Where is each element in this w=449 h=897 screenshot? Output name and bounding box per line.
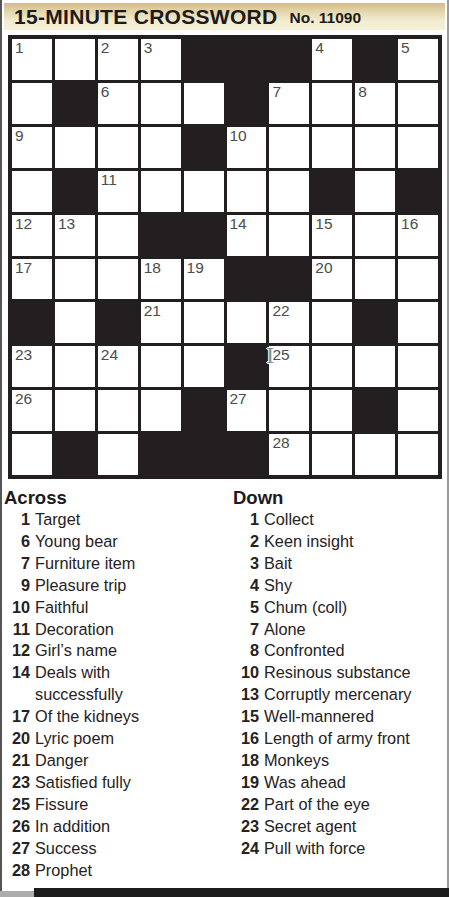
cell-number: 10	[230, 128, 247, 144]
clue-text: Fissure	[35, 794, 183, 816]
grid-cell-white[interactable]	[12, 83, 52, 124]
clue-text: Monkeys	[264, 750, 439, 772]
cell-number: 14	[230, 216, 247, 232]
clue-number: 18	[233, 750, 259, 772]
grid-cell-white[interactable]: 23	[12, 346, 52, 387]
grid-cell-white[interactable]	[355, 346, 395, 387]
grid-cell-white[interactable]	[398, 390, 438, 431]
cell-number: 5	[401, 40, 410, 56]
cell-number: 26	[15, 391, 32, 407]
grid-cell-black	[355, 390, 395, 431]
grid-cell-white[interactable]	[141, 127, 181, 168]
clue-number: 23	[233, 816, 259, 838]
clue-text: Chum (coll)	[264, 597, 439, 619]
clue-number: 24	[233, 838, 259, 860]
clue-item: 9Pleasure trip	[4, 575, 233, 597]
clue-item: 7Furniture item	[4, 553, 233, 575]
clue-item: 23Secret agent	[233, 816, 445, 838]
clue-text: In addition	[35, 816, 183, 838]
grid-cell-white[interactable]	[269, 171, 309, 212]
grid-cell-white[interactable]	[227, 302, 267, 343]
cell-number: 24	[101, 347, 118, 363]
grid-cell-black	[227, 83, 267, 124]
clue-number: 23	[4, 772, 30, 794]
grid-cell-black	[269, 259, 309, 300]
grid-cell-white[interactable]: 18	[141, 259, 181, 300]
clue-text: Keen insight	[264, 531, 439, 553]
grid-cell-white[interactable]	[141, 346, 181, 387]
cell-number: 18	[144, 260, 161, 276]
clue-text: Young bear	[35, 531, 183, 553]
grid-cell-white[interactable]: 28	[269, 434, 309, 475]
clue-number: 1	[233, 509, 259, 531]
clue-text: Deals with successfully	[35, 662, 183, 706]
grid-cell-black	[355, 302, 395, 343]
crossword-grid: 1234567891011121314151617181920212223242…	[8, 35, 442, 479]
grid-cell-black	[227, 434, 267, 475]
grid-cell-white[interactable]	[184, 83, 224, 124]
clue-item: 6Young bear	[4, 531, 233, 553]
grid-cell-black	[55, 171, 95, 212]
down-heading: Down	[233, 486, 445, 509]
across-clue-list: 1Target6Young bear7Furniture item9Pleasu…	[4, 509, 233, 881]
grid-cell-black	[55, 83, 95, 124]
grid-cell-black	[312, 171, 352, 212]
clue-item: 28Prophet	[4, 860, 233, 882]
grid-cell-white[interactable]	[398, 83, 438, 124]
grid-cell-white[interactable]: 9	[12, 127, 52, 168]
grid-cell-white[interactable]	[398, 127, 438, 168]
grid-cell-white[interactable]	[141, 83, 181, 124]
grid-cell-white[interactable]: 6	[98, 83, 138, 124]
grid-cell-black	[141, 215, 181, 256]
grid-cell-white[interactable]	[355, 434, 395, 475]
grid-cell-white[interactable]: 2	[98, 39, 138, 80]
grid-cell-white[interactable]: 22	[269, 302, 309, 343]
clue-text: Alone	[264, 619, 439, 641]
clue-item: 16Length of army front	[233, 728, 445, 750]
clue-text: Well-mannered	[264, 706, 439, 728]
crossword-page: { "game": "crossword", "header": { "titl…	[0, 0, 449, 897]
clue-number: 26	[4, 816, 30, 838]
clue-number: 7	[4, 553, 30, 575]
grid-cell-black	[227, 259, 267, 300]
grid-cell-white[interactable]	[398, 434, 438, 475]
grid-cell-white[interactable]: 12	[12, 215, 52, 256]
grid-cell-black	[227, 346, 267, 387]
puzzle-number: No. 11090	[290, 2, 362, 31]
clue-item: 3Bait	[233, 553, 445, 575]
left-column-rule	[0, 0, 2, 891]
clue-text: Girl’s name	[35, 640, 183, 662]
cell-number: 8	[358, 84, 367, 100]
clue-text: Corruptly mercenary	[264, 684, 439, 706]
grid-cell-white[interactable]	[98, 434, 138, 475]
grid-cell-black	[12, 302, 52, 343]
grid-cell-black	[398, 171, 438, 212]
grid-cell-white[interactable]: 3	[141, 39, 181, 80]
grid-cell-white[interactable]	[12, 434, 52, 475]
grid-cell-white[interactable]	[184, 346, 224, 387]
clue-item: 12Girl’s name	[4, 640, 233, 662]
cell-number: 11	[101, 172, 117, 188]
grid-cell-white[interactable]	[269, 215, 309, 256]
cell-number: 20	[315, 260, 332, 276]
cell-number: 1	[15, 40, 24, 56]
clue-text: Of the kidneys	[35, 706, 183, 728]
clue-number: 21	[4, 750, 30, 772]
clue-number: 8	[233, 640, 259, 662]
grid-cell-white[interactable]: 14	[227, 215, 267, 256]
grid-cell-white[interactable]: 15	[312, 215, 352, 256]
grid-cell-black	[141, 434, 181, 475]
clue-number: 9	[4, 575, 30, 597]
clue-text: Lyric poem	[35, 728, 183, 750]
clue-text: Pull with force	[264, 838, 439, 860]
grid-cell-white[interactable]	[312, 302, 352, 343]
grid-cell-black	[184, 215, 224, 256]
clue-number: 1	[4, 509, 30, 531]
clue-number: 13	[233, 684, 259, 706]
clue-item: 5Chum (coll)	[233, 597, 445, 619]
grid-cell-white[interactable]	[141, 390, 181, 431]
clue-item: 10Resinous substance	[233, 662, 445, 684]
grid-cell-black	[184, 390, 224, 431]
clue-number: 7	[233, 619, 259, 641]
bottom-black-bar	[34, 888, 449, 897]
grid-cell-white[interactable]: 10	[227, 127, 267, 168]
clue-text: Satisfied fully	[35, 772, 183, 794]
clue-item: 1Collect	[233, 509, 445, 531]
grid-cell-white[interactable]: 13	[55, 215, 95, 256]
grid-cell-white[interactable]	[312, 434, 352, 475]
clue-text: Secret agent	[264, 816, 439, 838]
clue-text: Success	[35, 838, 183, 860]
grid-cell-white[interactable]	[55, 390, 95, 431]
cell-number: 7	[272, 84, 281, 100]
cell-number: 2	[101, 40, 110, 56]
grid-cell-white[interactable]: 20	[312, 259, 352, 300]
clue-item: 10Faithful	[4, 597, 233, 619]
clue-item: 17Of the kidneys	[4, 706, 233, 728]
grid-cell-black	[55, 434, 95, 475]
cell-number: 15	[315, 216, 332, 232]
clue-number: 20	[4, 728, 30, 750]
puzzle-title-bar: 15-MINUTE CROSSWORD No. 11090	[4, 3, 445, 30]
clue-text: Collect	[264, 509, 439, 531]
cell-number: 12	[15, 216, 32, 232]
clue-text: Pleasure trip	[35, 575, 183, 597]
clue-number: 17	[4, 706, 30, 728]
cell-number: 23	[15, 347, 32, 363]
down-clue-list: 1Collect2Keen insight3Bait4Shy5Chum (col…	[233, 509, 445, 860]
cell-number: 21	[144, 303, 161, 319]
grid-cell-white[interactable]	[55, 346, 95, 387]
clue-number: 25	[4, 794, 30, 816]
clue-text: Confronted	[264, 640, 439, 662]
grid-cell-white[interactable]	[55, 39, 95, 80]
clue-item: 14Deals with successfully	[4, 662, 233, 706]
cell-number: 13	[58, 216, 75, 232]
cell-number: 16	[401, 216, 418, 232]
grid-cell-white[interactable]	[98, 259, 138, 300]
clue-number: 22	[233, 794, 259, 816]
clue-number: 27	[4, 838, 30, 860]
clue-text: Target	[35, 509, 183, 531]
grid-cell-white[interactable]: 26	[12, 390, 52, 431]
grid-cell-white[interactable]	[227, 171, 267, 212]
clue-number: 10	[4, 597, 30, 619]
clue-text: Prophet	[35, 860, 183, 882]
cell-number: 27	[230, 391, 247, 407]
grid-cell-white[interactable]	[184, 171, 224, 212]
cell-number: 9	[15, 128, 24, 144]
clue-number: 2	[233, 531, 259, 553]
clue-item: 20Lyric poem	[4, 728, 233, 750]
cell-number: 3	[144, 40, 153, 56]
bottom-gray-block	[0, 891, 34, 897]
grid-cell-white[interactable]	[355, 127, 395, 168]
clue-number: 28	[4, 860, 30, 882]
clue-text: Bait	[264, 553, 439, 575]
grid-cell-white[interactable]: 27	[227, 390, 267, 431]
clue-item: 21Danger	[4, 750, 233, 772]
grid-cell-white[interactable]	[398, 302, 438, 343]
across-clues-column: Across 1Target6Young bear7Furniture item…	[4, 486, 233, 881]
clue-text: Part of the eye	[264, 794, 439, 816]
clue-item: 7Alone	[233, 619, 445, 641]
cell-number: 22	[272, 303, 289, 319]
clue-text: Furniture item	[35, 553, 183, 575]
grid-cell-white[interactable]: 4	[312, 39, 352, 80]
grid-cell-white[interactable]: 5	[398, 39, 438, 80]
clue-text: Resinous substance	[264, 662, 439, 684]
grid-cell-white[interactable]: 21	[141, 302, 181, 343]
grid-cell-white[interactable]	[312, 390, 352, 431]
grid-cell-white[interactable]: 17	[12, 259, 52, 300]
grid-cell-black	[355, 39, 395, 80]
cell-number: 19	[187, 260, 204, 276]
clue-item: 13Corruptly mercenary	[233, 684, 445, 706]
grid-cell-white[interactable]	[98, 127, 138, 168]
grid-cell-white[interactable]	[269, 390, 309, 431]
clue-text: Length of army front	[264, 728, 439, 750]
clue-number: 6	[4, 531, 30, 553]
clue-text: Was ahead	[264, 772, 439, 794]
grid-cell-black	[184, 434, 224, 475]
clue-item: 24Pull with force	[233, 838, 445, 860]
grid-cell-white[interactable]	[12, 171, 52, 212]
grid-cell-white[interactable]	[312, 83, 352, 124]
grid-cell-white[interactable]: 8	[355, 83, 395, 124]
clue-item: 19Was ahead	[233, 772, 445, 794]
clue-item: 22Part of the eye	[233, 794, 445, 816]
clue-number: 5	[233, 597, 259, 619]
grid-cell-white[interactable]: 1	[12, 39, 52, 80]
grid-cell-white[interactable]: 7	[269, 83, 309, 124]
cell-number: 25	[272, 347, 289, 363]
grid-cell-white[interactable]	[55, 127, 95, 168]
clue-number: 14	[4, 662, 30, 706]
grid-cell-white[interactable]	[312, 346, 352, 387]
across-heading: Across	[4, 486, 233, 509]
clue-text: Danger	[35, 750, 183, 772]
grid-cell-black	[269, 39, 309, 80]
grid-cell-white[interactable]	[312, 127, 352, 168]
clue-number: 15	[233, 706, 259, 728]
grid-cell-white[interactable]	[98, 215, 138, 256]
clue-item: 1Target	[4, 509, 233, 531]
clue-item: 26In addition	[4, 816, 233, 838]
grid-cell-white[interactable]	[355, 171, 395, 212]
puzzle-title: 15-MINUTE CROSSWORD	[14, 3, 278, 30]
clue-number: 16	[233, 728, 259, 750]
cell-number: 4	[315, 40, 324, 56]
cell-number: 6	[101, 84, 110, 100]
grid-cell-black	[184, 39, 224, 80]
grid-cell-white[interactable]: 19	[184, 259, 224, 300]
clue-item: 18Monkeys	[233, 750, 445, 772]
clue-item: 25Fissure	[4, 794, 233, 816]
clue-number: 12	[4, 640, 30, 662]
clue-number: 3	[233, 553, 259, 575]
grid-cell-white[interactable]: 24	[98, 346, 138, 387]
clues-section: Across 1Target6Young bear7Furniture item…	[4, 486, 445, 881]
clue-item: 11Decoration	[4, 619, 233, 641]
cell-number: 28	[272, 435, 289, 451]
clue-number: 4	[233, 575, 259, 597]
grid-cell-white[interactable]: 16	[398, 215, 438, 256]
grid-cell-black	[98, 302, 138, 343]
grid-cell-black	[184, 127, 224, 168]
clue-item: 2Keen insight	[233, 531, 445, 553]
grid-cell-white[interactable]	[55, 302, 95, 343]
clue-number: 10	[233, 662, 259, 684]
clue-number: 19	[233, 772, 259, 794]
grid-cell-white[interactable]	[398, 259, 438, 300]
grid-cell-white[interactable]	[355, 259, 395, 300]
clue-text: Decoration	[35, 619, 183, 641]
grid-cell-white[interactable]	[141, 171, 181, 212]
grid-cell-white[interactable]	[55, 259, 95, 300]
clue-item: 15Well-mannered	[233, 706, 445, 728]
grid-cell-black	[227, 39, 267, 80]
grid-cell-white[interactable]	[184, 302, 224, 343]
cell-number: 17	[15, 260, 32, 276]
grid-cell-white[interactable]: 11	[98, 171, 138, 212]
clue-text: Faithful	[35, 597, 183, 619]
clue-item: 23Satisfied fully	[4, 772, 233, 794]
grid-cell-white[interactable]	[398, 346, 438, 387]
clue-text: Shy	[264, 575, 439, 597]
clue-item: 8Confronted	[233, 640, 445, 662]
clue-item: 27Success	[4, 838, 233, 860]
grid-cell-white[interactable]	[98, 390, 138, 431]
grid-cell-white[interactable]: 25	[269, 346, 309, 387]
clue-item: 4Shy	[233, 575, 445, 597]
grid-cell-white[interactable]	[269, 127, 309, 168]
clue-number: 11	[4, 619, 30, 641]
grid-cell-white[interactable]	[355, 215, 395, 256]
down-clues-column: Down 1Collect2Keen insight3Bait4Shy5Chum…	[233, 486, 445, 881]
